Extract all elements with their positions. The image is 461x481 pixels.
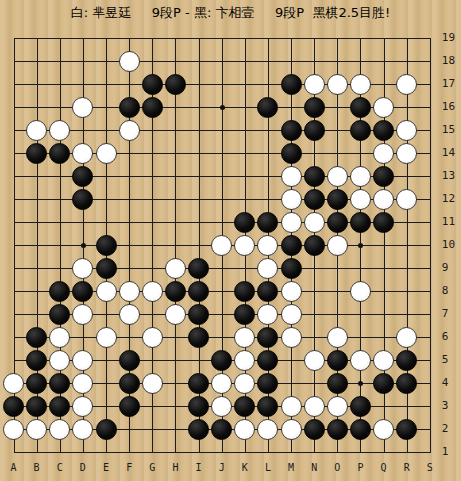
black-stone bbox=[49, 373, 70, 394]
white-stone bbox=[281, 396, 302, 417]
white-stone bbox=[350, 350, 371, 371]
black-stone bbox=[396, 373, 417, 394]
white-stone bbox=[211, 396, 232, 417]
white-stone bbox=[373, 97, 394, 118]
white-stone bbox=[72, 419, 93, 440]
black-stone bbox=[188, 419, 209, 440]
white-stone bbox=[281, 327, 302, 348]
white-stone bbox=[373, 143, 394, 164]
white-stone bbox=[234, 373, 255, 394]
black-stone bbox=[257, 350, 278, 371]
column-label: F bbox=[121, 462, 137, 473]
white-stone bbox=[142, 327, 163, 348]
white-stone bbox=[96, 281, 117, 302]
column-label: R bbox=[399, 462, 415, 473]
row-label: 17 bbox=[442, 77, 460, 90]
black-stone bbox=[281, 235, 302, 256]
white-stone bbox=[304, 350, 325, 371]
row-label: 12 bbox=[442, 192, 460, 205]
column-label: K bbox=[237, 462, 253, 473]
white-stone bbox=[72, 143, 93, 164]
black-stone bbox=[234, 212, 255, 233]
white-stone bbox=[49, 350, 70, 371]
column-label: C bbox=[52, 462, 68, 473]
black-stone bbox=[165, 281, 186, 302]
black-stone bbox=[373, 120, 394, 141]
black-stone bbox=[304, 120, 325, 141]
black-stone bbox=[257, 327, 278, 348]
black-stone bbox=[327, 212, 348, 233]
white-stone bbox=[304, 396, 325, 417]
black-stone bbox=[327, 373, 348, 394]
white-stone bbox=[257, 258, 278, 279]
white-stone bbox=[119, 120, 140, 141]
black-stone bbox=[257, 281, 278, 302]
black-stone bbox=[396, 419, 417, 440]
black-stone bbox=[49, 396, 70, 417]
grid-line-h bbox=[14, 337, 431, 338]
black-stone bbox=[257, 97, 278, 118]
white-stone bbox=[142, 373, 163, 394]
black-stone bbox=[96, 235, 117, 256]
black-stone bbox=[26, 327, 47, 348]
column-label: H bbox=[167, 462, 183, 473]
black-stone bbox=[119, 373, 140, 394]
white-stone bbox=[350, 166, 371, 187]
black-stone bbox=[211, 419, 232, 440]
white-stone bbox=[72, 97, 93, 118]
white-stone bbox=[350, 74, 371, 95]
black-stone bbox=[234, 281, 255, 302]
white-stone bbox=[211, 373, 232, 394]
white-stone bbox=[350, 189, 371, 210]
white-stone bbox=[49, 120, 70, 141]
black-stone bbox=[96, 419, 117, 440]
black-stone bbox=[165, 74, 186, 95]
white-stone bbox=[304, 74, 325, 95]
black-stone bbox=[119, 350, 140, 371]
row-label: 8 bbox=[442, 284, 460, 297]
row-label: 5 bbox=[442, 353, 460, 366]
black-stone bbox=[49, 143, 70, 164]
black-stone bbox=[281, 120, 302, 141]
black-stone bbox=[188, 258, 209, 279]
black-stone bbox=[96, 258, 117, 279]
white-stone bbox=[49, 419, 70, 440]
white-stone bbox=[96, 327, 117, 348]
white-stone bbox=[119, 281, 140, 302]
black-stone bbox=[304, 235, 325, 256]
row-label: 14 bbox=[442, 146, 460, 159]
column-label: A bbox=[6, 462, 22, 473]
white-stone bbox=[281, 212, 302, 233]
row-label: 9 bbox=[442, 261, 460, 274]
white-stone bbox=[72, 258, 93, 279]
black-stone bbox=[72, 166, 93, 187]
white-stone bbox=[72, 396, 93, 417]
white-stone bbox=[119, 51, 140, 72]
black-stone bbox=[350, 97, 371, 118]
column-label: D bbox=[75, 462, 91, 473]
row-label: 6 bbox=[442, 330, 460, 343]
white-stone bbox=[350, 281, 371, 302]
row-label: 3 bbox=[442, 399, 460, 412]
column-label: Q bbox=[376, 462, 392, 473]
black-stone bbox=[119, 396, 140, 417]
white-stone bbox=[327, 74, 348, 95]
column-label: O bbox=[329, 462, 345, 473]
white-stone bbox=[281, 166, 302, 187]
column-label: G bbox=[144, 462, 160, 473]
black-stone bbox=[188, 304, 209, 325]
black-stone bbox=[234, 304, 255, 325]
row-label: 16 bbox=[442, 100, 460, 113]
white-stone bbox=[373, 350, 394, 371]
white-stone bbox=[373, 419, 394, 440]
black-stone bbox=[49, 304, 70, 325]
black-stone bbox=[234, 396, 255, 417]
white-stone bbox=[211, 235, 232, 256]
white-stone bbox=[396, 74, 417, 95]
white-stone bbox=[281, 304, 302, 325]
black-stone bbox=[72, 189, 93, 210]
white-stone bbox=[119, 304, 140, 325]
white-stone bbox=[234, 350, 255, 371]
black-stone bbox=[119, 97, 140, 118]
column-label: E bbox=[98, 462, 114, 473]
star-point bbox=[220, 105, 225, 110]
row-label: 10 bbox=[442, 238, 460, 251]
white-stone bbox=[257, 304, 278, 325]
black-stone bbox=[188, 327, 209, 348]
black-stone bbox=[373, 373, 394, 394]
row-label: 18 bbox=[442, 54, 460, 67]
row-label: 2 bbox=[442, 422, 460, 435]
black-stone bbox=[26, 396, 47, 417]
black-stone bbox=[211, 350, 232, 371]
column-label: M bbox=[283, 462, 299, 473]
column-label: B bbox=[29, 462, 45, 473]
white-stone bbox=[165, 304, 186, 325]
row-label: 15 bbox=[442, 123, 460, 136]
white-stone bbox=[72, 304, 93, 325]
black-stone bbox=[373, 212, 394, 233]
black-stone bbox=[257, 396, 278, 417]
black-stone bbox=[3, 396, 24, 417]
black-stone bbox=[281, 258, 302, 279]
black-stone bbox=[26, 373, 47, 394]
white-stone bbox=[96, 143, 117, 164]
white-stone bbox=[234, 419, 255, 440]
black-stone bbox=[26, 143, 47, 164]
star-point bbox=[358, 381, 363, 386]
black-stone bbox=[142, 74, 163, 95]
white-stone bbox=[234, 235, 255, 256]
column-label: P bbox=[352, 462, 368, 473]
white-stone bbox=[396, 143, 417, 164]
black-stone bbox=[373, 166, 394, 187]
black-stone bbox=[49, 281, 70, 302]
white-stone bbox=[165, 258, 186, 279]
white-stone bbox=[3, 373, 24, 394]
column-label: I bbox=[191, 462, 207, 473]
white-stone bbox=[72, 373, 93, 394]
row-label: 13 bbox=[442, 169, 460, 182]
white-stone bbox=[327, 396, 348, 417]
star-point bbox=[81, 243, 86, 248]
black-stone bbox=[327, 419, 348, 440]
white-stone bbox=[327, 235, 348, 256]
white-stone bbox=[26, 419, 47, 440]
black-stone bbox=[304, 166, 325, 187]
black-stone bbox=[350, 212, 371, 233]
white-stone bbox=[327, 327, 348, 348]
black-stone bbox=[26, 350, 47, 371]
black-stone bbox=[72, 281, 93, 302]
black-stone bbox=[281, 74, 302, 95]
black-stone bbox=[304, 97, 325, 118]
column-label: N bbox=[306, 462, 322, 473]
white-stone bbox=[281, 281, 302, 302]
star-point bbox=[358, 243, 363, 248]
black-stone bbox=[350, 419, 371, 440]
white-stone bbox=[327, 166, 348, 187]
white-stone bbox=[373, 189, 394, 210]
black-stone bbox=[142, 97, 163, 118]
black-stone bbox=[304, 189, 325, 210]
black-stone bbox=[257, 212, 278, 233]
black-stone bbox=[396, 350, 417, 371]
white-stone bbox=[142, 281, 163, 302]
row-label: 19 bbox=[442, 31, 460, 44]
white-stone bbox=[49, 327, 70, 348]
row-label: 4 bbox=[442, 376, 460, 389]
black-stone bbox=[188, 396, 209, 417]
white-stone bbox=[396, 327, 417, 348]
black-stone bbox=[188, 281, 209, 302]
white-stone bbox=[304, 212, 325, 233]
white-stone bbox=[234, 327, 255, 348]
white-stone bbox=[72, 350, 93, 371]
white-stone bbox=[281, 189, 302, 210]
white-stone bbox=[396, 120, 417, 141]
white-stone bbox=[257, 419, 278, 440]
black-stone bbox=[327, 189, 348, 210]
black-stone bbox=[350, 396, 371, 417]
grid-line-v bbox=[430, 38, 431, 453]
black-stone bbox=[188, 373, 209, 394]
black-stone bbox=[304, 419, 325, 440]
white-stone bbox=[3, 419, 24, 440]
white-stone bbox=[26, 120, 47, 141]
white-stone bbox=[257, 235, 278, 256]
row-label: 7 bbox=[442, 307, 460, 320]
column-label: S bbox=[422, 462, 438, 473]
black-stone bbox=[281, 143, 302, 164]
white-stone bbox=[396, 189, 417, 210]
go-board[interactable]: ABCDEFGHIJKLMNOPQRS191817161514131211109… bbox=[0, 0, 461, 461]
column-label: L bbox=[260, 462, 276, 473]
white-stone bbox=[281, 419, 302, 440]
column-label: J bbox=[214, 462, 230, 473]
black-stone bbox=[327, 350, 348, 371]
black-stone bbox=[257, 373, 278, 394]
grid-line-h bbox=[14, 452, 431, 453]
row-label: 1 bbox=[442, 445, 460, 458]
row-label: 11 bbox=[442, 215, 460, 228]
black-stone bbox=[350, 120, 371, 141]
